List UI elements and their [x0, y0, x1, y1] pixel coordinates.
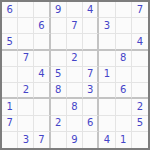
cell-r2c4[interactable]	[51, 18, 67, 34]
cell-r4c3[interactable]	[34, 51, 50, 67]
cell-r7c4[interactable]	[51, 99, 67, 115]
cell-r9c3[interactable]: 7	[34, 132, 50, 148]
cell-r1c9[interactable]: 7	[132, 2, 148, 18]
cell-r1c1[interactable]: 6	[2, 2, 18, 18]
cell-r7c8[interactable]	[116, 99, 132, 115]
cell-r5c1[interactable]	[2, 67, 18, 83]
cell-r5c2[interactable]	[18, 67, 34, 83]
cell-r7c5[interactable]: 8	[67, 99, 83, 115]
cell-r9c4[interactable]	[51, 132, 67, 148]
cell-r6c4[interactable]: 8	[51, 83, 67, 99]
cell-r3c5[interactable]	[67, 34, 83, 50]
cell-r6c6[interactable]: 3	[83, 83, 99, 99]
cell-r7c3[interactable]	[34, 99, 50, 115]
cell-r5c5[interactable]	[67, 67, 83, 83]
cell-r5c6[interactable]: 7	[83, 67, 99, 83]
cell-r3c1[interactable]: 5	[2, 34, 18, 50]
cell-r7c2[interactable]	[18, 99, 34, 115]
cell-r6c9[interactable]	[132, 83, 148, 99]
cell-r3c8[interactable]	[116, 34, 132, 50]
cell-r7c9[interactable]: 2	[132, 99, 148, 115]
cell-r7c7[interactable]	[99, 99, 115, 115]
cell-r4c6[interactable]	[83, 51, 99, 67]
cell-r3c6[interactable]	[83, 34, 99, 50]
cell-r1c5[interactable]	[67, 2, 83, 18]
cell-r3c9[interactable]: 4	[132, 34, 148, 50]
cell-r5c4[interactable]: 5	[51, 67, 67, 83]
cell-r4c2[interactable]: 7	[18, 51, 34, 67]
cell-r5c9[interactable]	[132, 67, 148, 83]
cell-r6c1[interactable]	[2, 83, 18, 99]
sudoku-board: 69476735472845712836182726537941	[0, 0, 150, 150]
cell-r5c8[interactable]	[116, 67, 132, 83]
cell-r8c2[interactable]	[18, 116, 34, 132]
cell-r8c8[interactable]	[116, 116, 132, 132]
cell-r8c7[interactable]	[99, 116, 115, 132]
cell-r8c5[interactable]	[67, 116, 83, 132]
cell-r9c6[interactable]	[83, 132, 99, 148]
cell-r1c2[interactable]	[18, 2, 34, 18]
cell-r8c3[interactable]	[34, 116, 50, 132]
cell-r8c4[interactable]: 2	[51, 116, 67, 132]
cell-r2c7[interactable]: 3	[99, 18, 115, 34]
cell-r4c7[interactable]	[99, 51, 115, 67]
cell-r5c7[interactable]: 1	[99, 67, 115, 83]
cell-r5c3[interactable]: 4	[34, 67, 50, 83]
cell-r8c9[interactable]: 5	[132, 116, 148, 132]
cell-r8c6[interactable]: 6	[83, 116, 99, 132]
cell-r4c9[interactable]	[132, 51, 148, 67]
cell-r1c7[interactable]	[99, 2, 115, 18]
cell-r4c5[interactable]: 2	[67, 51, 83, 67]
cell-r2c1[interactable]	[2, 18, 18, 34]
cell-r8c1[interactable]: 7	[2, 116, 18, 132]
cell-r9c1[interactable]	[2, 132, 18, 148]
cell-r9c5[interactable]: 9	[67, 132, 83, 148]
cell-r4c1[interactable]	[2, 51, 18, 67]
cell-r7c1[interactable]: 1	[2, 99, 18, 115]
cell-r1c4[interactable]: 9	[51, 2, 67, 18]
cell-r6c5[interactable]	[67, 83, 83, 99]
cell-r2c2[interactable]	[18, 18, 34, 34]
cell-r6c7[interactable]	[99, 83, 115, 99]
cell-r2c6[interactable]	[83, 18, 99, 34]
cell-r2c3[interactable]: 6	[34, 18, 50, 34]
cell-r9c9[interactable]	[132, 132, 148, 148]
cell-r1c3[interactable]	[34, 2, 50, 18]
cell-r4c4[interactable]	[51, 51, 67, 67]
cell-r6c2[interactable]: 2	[18, 83, 34, 99]
cell-r2c8[interactable]	[116, 18, 132, 34]
cell-r9c8[interactable]: 1	[116, 132, 132, 148]
cell-r4c8[interactable]: 8	[116, 51, 132, 67]
cell-r9c2[interactable]: 3	[18, 132, 34, 148]
cell-r9c7[interactable]: 4	[99, 132, 115, 148]
cell-r6c3[interactable]	[34, 83, 50, 99]
cell-r7c6[interactable]	[83, 99, 99, 115]
cell-r6c8[interactable]: 6	[116, 83, 132, 99]
cell-r3c4[interactable]	[51, 34, 67, 50]
cell-r1c6[interactable]: 4	[83, 2, 99, 18]
cell-r3c2[interactable]	[18, 34, 34, 50]
cell-r2c5[interactable]: 7	[67, 18, 83, 34]
cell-r2c9[interactable]	[132, 18, 148, 34]
cell-r3c7[interactable]	[99, 34, 115, 50]
cell-r1c8[interactable]	[116, 2, 132, 18]
cell-r3c3[interactable]	[34, 34, 50, 50]
